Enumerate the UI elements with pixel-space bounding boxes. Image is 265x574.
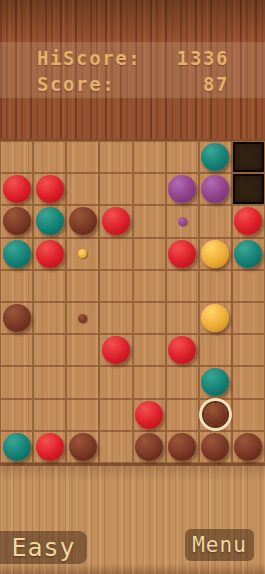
brown-ball[interactable] [135, 433, 163, 461]
cell-r6c4[interactable] [99, 302, 132, 334]
cell-r4c2[interactable] [33, 238, 66, 270]
cell-r10c8[interactable] [232, 431, 265, 463]
cell-r1c6[interactable] [166, 141, 199, 173]
cell-r4c4[interactable] [99, 238, 132, 270]
red-ball[interactable] [3, 175, 31, 203]
cell-r4c7[interactable] [199, 238, 232, 270]
cell-r2c7[interactable] [199, 173, 232, 205]
cell-r6c1[interactable] [0, 302, 33, 334]
red-ball[interactable] [36, 175, 64, 203]
hiscore-value: 1336 [177, 47, 229, 69]
hiscore-label: HiScore: [37, 47, 141, 69]
yellow-ball[interactable] [201, 240, 229, 268]
cell-r8c5[interactable] [133, 366, 166, 398]
score-value: 87 [203, 73, 229, 95]
next-purple-dot [178, 217, 187, 226]
red-ball[interactable] [102, 336, 130, 364]
selected-brown-ball[interactable] [204, 403, 227, 426]
blocked-cell [233, 174, 264, 204]
yellow-ball[interactable] [201, 304, 229, 332]
teal-ball[interactable] [201, 368, 229, 396]
cell-r9c8[interactable] [232, 399, 265, 431]
game-board [0, 139, 265, 466]
cell-r3c8[interactable] [232, 205, 265, 237]
brown-ball[interactable] [201, 433, 229, 461]
cell-r8c6[interactable] [166, 366, 199, 398]
next-brown-dot [78, 314, 87, 323]
cell-r6c6[interactable] [166, 302, 199, 334]
cell-r9c3[interactable] [66, 399, 99, 431]
brown-ball[interactable] [69, 433, 97, 461]
teal-ball[interactable] [201, 143, 229, 171]
cell-r9c1[interactable] [0, 399, 33, 431]
cell-r4c6[interactable] [166, 238, 199, 270]
cell-r4c5[interactable] [133, 238, 166, 270]
cell-r3c1[interactable] [0, 205, 33, 237]
brown-ball[interactable] [168, 433, 196, 461]
cell-r8c8[interactable] [232, 366, 265, 398]
cell-r6c5[interactable] [133, 302, 166, 334]
cell-r5c8[interactable] [232, 270, 265, 302]
cell-r1c8[interactable] [232, 141, 265, 173]
cell-r10c2[interactable] [33, 431, 66, 463]
cell-r7c4[interactable] [99, 334, 132, 366]
game-screen: HiScore: 1336 Score: 87 Easy Menu [0, 0, 265, 574]
cell-r1c1[interactable] [0, 141, 33, 173]
score-label: Score: [37, 73, 115, 95]
cell-r9c2[interactable] [33, 399, 66, 431]
cell-r10c5[interactable] [133, 431, 166, 463]
cell-r7c7[interactable] [199, 334, 232, 366]
cell-r3c6[interactable] [166, 205, 199, 237]
cell-r1c7[interactable] [199, 141, 232, 173]
brown-ball[interactable] [69, 207, 97, 235]
cell-r9c6[interactable] [166, 399, 199, 431]
red-ball[interactable] [234, 207, 262, 235]
cell-r10c3[interactable] [66, 431, 99, 463]
menu-button-label: Menu [192, 533, 247, 557]
cell-r8c2[interactable] [33, 366, 66, 398]
menu-button[interactable]: Menu [185, 529, 254, 561]
red-ball[interactable] [36, 433, 64, 461]
cell-r7c8[interactable] [232, 334, 265, 366]
cell-r8c7[interactable] [199, 366, 232, 398]
cell-r7c5[interactable] [133, 334, 166, 366]
cell-r7c3[interactable] [66, 334, 99, 366]
cell-r5c2[interactable] [33, 270, 66, 302]
cell-r2c5[interactable] [133, 173, 166, 205]
purple-ball[interactable] [168, 175, 196, 203]
purple-ball[interactable] [201, 175, 229, 203]
red-ball[interactable] [168, 336, 196, 364]
cell-r2c3[interactable] [66, 173, 99, 205]
teal-ball[interactable] [3, 240, 31, 268]
cell-r6c8[interactable] [232, 302, 265, 334]
brown-ball[interactable] [234, 433, 262, 461]
easy-button-label: Easy [11, 533, 75, 562]
red-ball[interactable] [102, 207, 130, 235]
red-ball[interactable] [168, 240, 196, 268]
cell-r7c2[interactable] [33, 334, 66, 366]
cell-r9c7[interactable] [199, 399, 232, 431]
cell-r2c1[interactable] [0, 173, 33, 205]
red-ball[interactable] [135, 401, 163, 429]
teal-ball[interactable] [36, 207, 64, 235]
cell-r1c3[interactable] [66, 141, 99, 173]
next-yellow-dot [78, 249, 87, 258]
cell-r1c2[interactable] [33, 141, 66, 173]
cell-r5c4[interactable] [99, 270, 132, 302]
easy-button[interactable]: Easy [0, 531, 87, 564]
cell-r8c3[interactable] [66, 366, 99, 398]
cell-r2c6[interactable] [166, 173, 199, 205]
cell-r7c6[interactable] [166, 334, 199, 366]
cell-r5c5[interactable] [133, 270, 166, 302]
cell-r6c3[interactable] [66, 302, 99, 334]
cell-r10c4[interactable] [99, 431, 132, 463]
cell-r10c6[interactable] [166, 431, 199, 463]
cell-r5c6[interactable] [166, 270, 199, 302]
blocked-cell [233, 142, 264, 172]
cell-r10c1[interactable] [0, 431, 33, 463]
score-row: Score: 87 [37, 73, 229, 95]
cell-r4c1[interactable] [0, 238, 33, 270]
cell-r2c2[interactable] [33, 173, 66, 205]
cell-r6c2[interactable] [33, 302, 66, 334]
brown-ball[interactable] [3, 207, 31, 235]
brown-ball[interactable] [3, 304, 31, 332]
cell-r3c4[interactable] [99, 205, 132, 237]
cell-r1c4[interactable] [99, 141, 132, 173]
cell-r10c7[interactable] [199, 431, 232, 463]
cell-r5c7[interactable] [199, 270, 232, 302]
cell-r5c3[interactable] [66, 270, 99, 302]
cell-r8c4[interactable] [99, 366, 132, 398]
red-ball[interactable] [36, 240, 64, 268]
score-panel: HiScore: 1336 Score: 87 [0, 42, 265, 98]
cell-r9c5[interactable] [133, 399, 166, 431]
cell-r8c1[interactable] [0, 366, 33, 398]
cell-r7c1[interactable] [0, 334, 33, 366]
cell-r3c5[interactable] [133, 205, 166, 237]
teal-ball[interactable] [234, 240, 262, 268]
cell-r1c5[interactable] [133, 141, 166, 173]
cell-r2c4[interactable] [99, 173, 132, 205]
cell-r4c8[interactable] [232, 238, 265, 270]
cell-r3c7[interactable] [199, 205, 232, 237]
cell-r5c1[interactable] [0, 270, 33, 302]
cell-r3c3[interactable] [66, 205, 99, 237]
hiscore-row: HiScore: 1336 [37, 47, 229, 69]
cell-r6c7[interactable] [199, 302, 232, 334]
cell-r4c3[interactable] [66, 238, 99, 270]
cell-r9c4[interactable] [99, 399, 132, 431]
cell-r2c8[interactable] [232, 173, 265, 205]
teal-ball[interactable] [3, 433, 31, 461]
cell-r3c2[interactable] [33, 205, 66, 237]
